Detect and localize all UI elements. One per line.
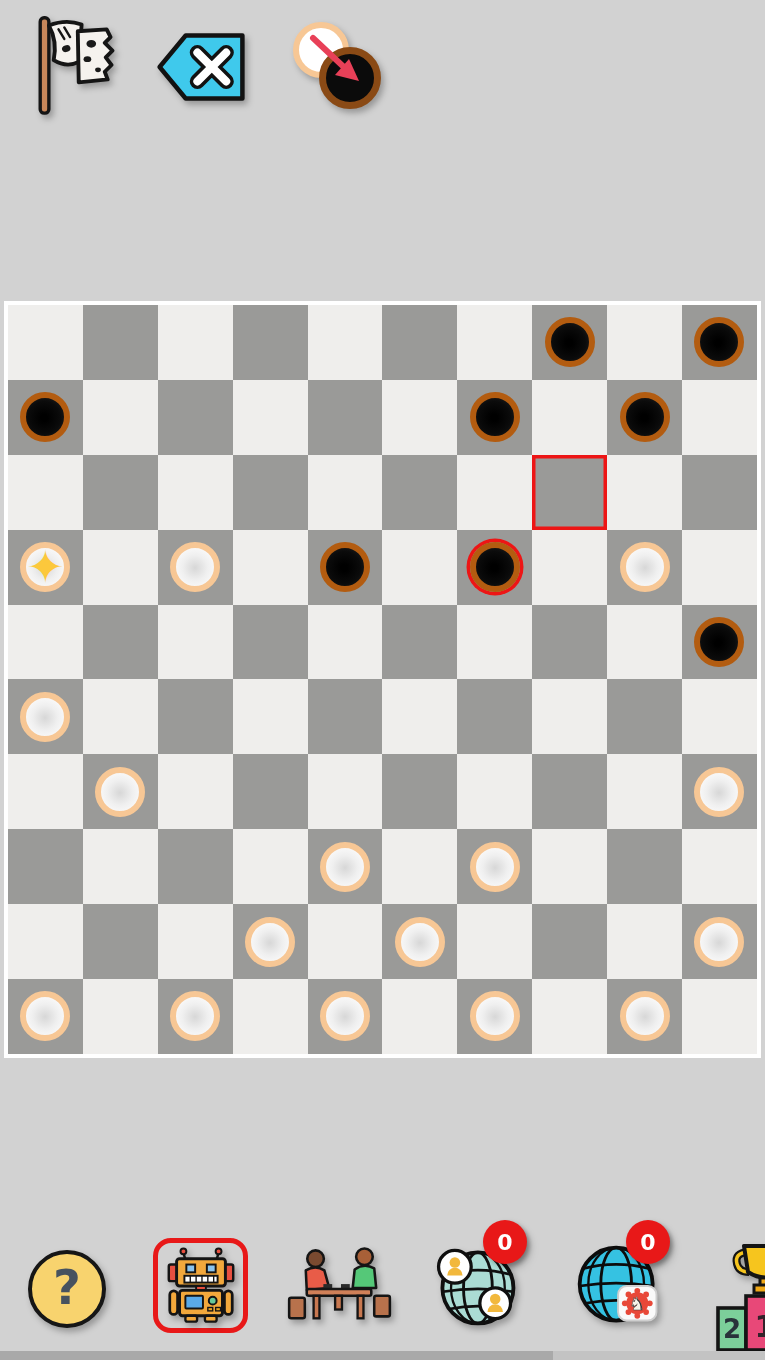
turn-arrow-icon xyxy=(293,22,385,112)
square-r4c7[interactable] xyxy=(532,605,607,680)
square-r1c9 xyxy=(682,380,757,455)
square-r9c8[interactable] xyxy=(607,979,682,1054)
square-r3c3 xyxy=(233,530,308,605)
square-r1c4[interactable] xyxy=(308,380,383,455)
square-r6c5[interactable] xyxy=(382,754,457,829)
white-man[interactable] xyxy=(320,991,370,1041)
square-r7c0[interactable] xyxy=(8,829,83,904)
square-r6c2 xyxy=(158,754,233,829)
close-button[interactable] xyxy=(156,28,246,106)
square-r4c6 xyxy=(457,605,532,680)
white-man[interactable] xyxy=(20,991,70,1041)
podium-second-label: 2 xyxy=(723,1314,741,1344)
square-r7c3 xyxy=(233,829,308,904)
square-r8c1[interactable] xyxy=(83,904,158,979)
square-r7c7 xyxy=(532,829,607,904)
black-man[interactable] xyxy=(470,542,520,592)
square-r3c9 xyxy=(682,530,757,605)
square-r0c7[interactable] xyxy=(532,305,607,380)
white-man[interactable] xyxy=(320,842,370,892)
black-man[interactable] xyxy=(320,542,370,592)
square-r6c8 xyxy=(607,754,682,829)
square-r0c8 xyxy=(607,305,682,380)
square-r9c0[interactable] xyxy=(8,979,83,1054)
square-r0c0 xyxy=(8,305,83,380)
online-multiplayer-badge: 0 xyxy=(483,1220,527,1264)
square-r9c9 xyxy=(682,979,757,1054)
square-r6c7[interactable] xyxy=(532,754,607,829)
square-r3c2[interactable] xyxy=(158,530,233,605)
board-frame: ✦ xyxy=(4,301,761,1058)
square-r9c1 xyxy=(83,979,158,1054)
turn-indicator xyxy=(293,22,385,112)
square-r1c6[interactable] xyxy=(457,380,532,455)
square-r9c2[interactable] xyxy=(158,979,233,1054)
square-r3c4[interactable] xyxy=(308,530,383,605)
square-r5c4[interactable] xyxy=(308,679,383,754)
square-r9c5 xyxy=(382,979,457,1054)
square-r3c0[interactable]: ✦ xyxy=(8,530,83,605)
trophy-podium-icon: 2 1 xyxy=(700,1242,765,1354)
square-r1c7 xyxy=(532,380,607,455)
square-r3c1 xyxy=(83,530,158,605)
square-r7c5 xyxy=(382,829,457,904)
square-r7c8[interactable] xyxy=(607,829,682,904)
square-r8c7[interactable] xyxy=(532,904,607,979)
white-man[interactable] xyxy=(694,917,744,967)
square-r9c4[interactable] xyxy=(308,979,383,1054)
black-man[interactable] xyxy=(470,392,520,442)
square-r6c6 xyxy=(457,754,532,829)
black-man[interactable] xyxy=(694,617,744,667)
resign-flag-button[interactable] xyxy=(22,12,122,118)
black-man[interactable] xyxy=(20,392,70,442)
square-r4c2 xyxy=(158,605,233,680)
square-r5c6[interactable] xyxy=(457,679,532,754)
square-r2c5[interactable] xyxy=(382,455,457,530)
square-r7c6[interactable] xyxy=(457,829,532,904)
square-r8c6 xyxy=(457,904,532,979)
square-r0c9[interactable] xyxy=(682,305,757,380)
bottom-strip-right xyxy=(553,1351,765,1360)
knight-glyph: ♞ xyxy=(629,1293,645,1314)
square-r2c8 xyxy=(607,455,682,530)
square-r9c3 xyxy=(233,979,308,1054)
square-r0c2 xyxy=(158,305,233,380)
square-r9c7 xyxy=(532,979,607,1054)
square-r8c2 xyxy=(158,904,233,979)
square-r8c4 xyxy=(308,904,383,979)
square-r4c1[interactable] xyxy=(83,605,158,680)
square-r8c9[interactable] xyxy=(682,904,757,979)
black-man[interactable] xyxy=(545,317,595,367)
white-man[interactable] xyxy=(620,542,670,592)
square-r3c5 xyxy=(382,530,457,605)
online-tournament-button[interactable]: ♞ 0 xyxy=(572,1238,668,1334)
square-r4c3[interactable] xyxy=(233,605,308,680)
square-r1c1 xyxy=(83,380,158,455)
leaderboard-button[interactable]: 2 1 xyxy=(700,1242,765,1354)
square-r2c2 xyxy=(158,455,233,530)
square-r2c4 xyxy=(308,455,383,530)
square-r0c3[interactable] xyxy=(233,305,308,380)
square-r5c8[interactable] xyxy=(607,679,682,754)
square-r3c8[interactable] xyxy=(607,530,682,605)
white-man[interactable] xyxy=(694,767,744,817)
square-r2c3[interactable] xyxy=(233,455,308,530)
black-man[interactable] xyxy=(620,392,670,442)
podium-first-label: 1 xyxy=(755,1309,765,1344)
square-r2c9[interactable] xyxy=(682,455,757,530)
square-r7c9 xyxy=(682,829,757,904)
white-man[interactable] xyxy=(470,842,520,892)
square-r0c4 xyxy=(308,305,383,380)
square-r1c3 xyxy=(233,380,308,455)
app-screen: ✦ ? xyxy=(0,0,765,1360)
square-r3c7 xyxy=(532,530,607,605)
square-r5c1 xyxy=(83,679,158,754)
online-tournament-badge: 0 xyxy=(626,1220,670,1264)
square-r1c8[interactable] xyxy=(607,380,682,455)
square-r5c9 xyxy=(682,679,757,754)
white-man[interactable] xyxy=(170,542,220,592)
square-r5c0[interactable] xyxy=(8,679,83,754)
square-r4c0 xyxy=(8,605,83,680)
square-r0c5[interactable] xyxy=(382,305,457,380)
square-r5c2[interactable] xyxy=(158,679,233,754)
white-man[interactable] xyxy=(245,917,295,967)
square-r6c0 xyxy=(8,754,83,829)
white-man[interactable] xyxy=(395,917,445,967)
two-players-table-icon xyxy=(284,1244,396,1332)
square-r8c8 xyxy=(607,904,682,979)
square-r1c0[interactable] xyxy=(8,380,83,455)
square-r4c9[interactable] xyxy=(682,605,757,680)
square-r8c0 xyxy=(8,904,83,979)
square-r4c5[interactable] xyxy=(382,605,457,680)
square-r0c1[interactable] xyxy=(83,305,158,380)
square-r8c3[interactable] xyxy=(233,904,308,979)
square-r0c6 xyxy=(457,305,532,380)
square-r2c6 xyxy=(457,455,532,530)
vs-computer-button[interactable] xyxy=(153,1238,248,1333)
square-r5c7 xyxy=(532,679,607,754)
question-mark-icon: ? xyxy=(53,1259,81,1315)
square-r5c3 xyxy=(233,679,308,754)
square-r7c2[interactable] xyxy=(158,829,233,904)
square-r8c5[interactable] xyxy=(382,904,457,979)
square-r4c4 xyxy=(308,605,383,680)
robot-icon xyxy=(160,1245,242,1327)
white-flag-icon xyxy=(22,12,122,118)
white-man[interactable] xyxy=(95,767,145,817)
square-r1c2[interactable] xyxy=(158,380,233,455)
white-man[interactable] xyxy=(470,991,520,1041)
white-king[interactable]: ✦ xyxy=(20,542,70,592)
white-man[interactable] xyxy=(20,692,70,742)
square-r6c9[interactable] xyxy=(682,754,757,829)
square-r1c5 xyxy=(382,380,457,455)
black-man[interactable] xyxy=(694,317,744,367)
square-r5c5 xyxy=(382,679,457,754)
board: ✦ xyxy=(8,305,757,1054)
square-r4c8 xyxy=(607,605,682,680)
square-r7c1 xyxy=(83,829,158,904)
square-r6c4 xyxy=(308,754,383,829)
bottom-strip-left xyxy=(0,1351,553,1360)
square-r2c7[interactable] xyxy=(532,455,607,530)
online-multiplayer-button[interactable]: 0 xyxy=(428,1238,524,1334)
bottom-strip xyxy=(0,1351,765,1360)
king-star-icon: ✦ xyxy=(26,548,64,586)
square-r2c0 xyxy=(8,455,83,530)
square-r9c6[interactable] xyxy=(457,979,532,1054)
square-r6c3[interactable] xyxy=(233,754,308,829)
square-r2c1[interactable] xyxy=(83,455,158,530)
close-x-icon xyxy=(156,28,246,106)
white-man[interactable] xyxy=(170,991,220,1041)
square-r6c1[interactable] xyxy=(83,754,158,829)
local-multiplayer-button[interactable] xyxy=(284,1244,396,1332)
white-man[interactable] xyxy=(620,991,670,1041)
square-r3c6[interactable] xyxy=(457,530,532,605)
square-r7c4[interactable] xyxy=(308,829,383,904)
help-button[interactable]: ? xyxy=(28,1250,106,1328)
